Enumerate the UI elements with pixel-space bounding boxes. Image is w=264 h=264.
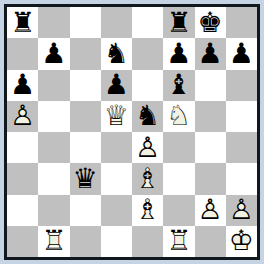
square-b2[interactable] (38, 195, 69, 226)
square-g2[interactable]: ♟♙ (195, 195, 226, 226)
board-border: ♜♜♚♟♞♟♟♟♟♟♝♟♙♛♕♞♞♘♟♙♛♝♗♝♗♟♙♟♙♜♖♜♖♚♔ (4, 4, 260, 260)
square-d4[interactable] (101, 132, 132, 163)
square-f2[interactable] (163, 195, 194, 226)
piece-white-bishop[interactable]: ♝♗ (132, 163, 163, 194)
square-a8[interactable]: ♜ (7, 7, 38, 38)
square-c7[interactable] (70, 38, 101, 69)
square-e8[interactable] (132, 7, 163, 38)
square-b1[interactable]: ♜♖ (38, 226, 69, 257)
piece-black-king[interactable]: ♚ (195, 7, 226, 38)
piece-white-queen[interactable]: ♛♕ (101, 101, 132, 132)
piece-outline-glyph: ♗ (132, 195, 163, 226)
square-c8[interactable] (70, 7, 101, 38)
square-f8[interactable]: ♜ (163, 7, 194, 38)
piece-outline-glyph: ♔ (226, 226, 257, 257)
piece-black-knight[interactable]: ♞ (101, 38, 132, 69)
piece-black-knight[interactable]: ♞ (132, 101, 163, 132)
square-c6[interactable] (70, 70, 101, 101)
square-e7[interactable] (132, 38, 163, 69)
square-a3[interactable] (7, 163, 38, 194)
square-e5[interactable]: ♞ (132, 101, 163, 132)
square-b4[interactable] (38, 132, 69, 163)
square-g7[interactable]: ♟ (195, 38, 226, 69)
piece-black-queen[interactable]: ♛ (70, 163, 101, 194)
piece-white-pawn[interactable]: ♟♙ (7, 101, 38, 132)
piece-outline-glyph: ♙ (7, 101, 38, 132)
square-e1[interactable] (132, 226, 163, 257)
square-d7[interactable]: ♞ (101, 38, 132, 69)
square-a6[interactable]: ♟ (7, 70, 38, 101)
square-b6[interactable] (38, 70, 69, 101)
square-a4[interactable] (7, 132, 38, 163)
square-g6[interactable] (195, 70, 226, 101)
square-e6[interactable] (132, 70, 163, 101)
piece-white-king[interactable]: ♚♔ (226, 226, 257, 257)
square-g1[interactable] (195, 226, 226, 257)
board-frame: ♜♜♚♟♞♟♟♟♟♟♝♟♙♛♕♞♞♘♟♙♛♝♗♝♗♟♙♟♙♜♖♜♖♚♔ (0, 0, 264, 264)
square-f1[interactable]: ♜♖ (163, 226, 194, 257)
piece-white-knight[interactable]: ♞♘ (163, 101, 194, 132)
square-c4[interactable] (70, 132, 101, 163)
square-e3[interactable]: ♝♗ (132, 163, 163, 194)
square-c1[interactable] (70, 226, 101, 257)
piece-outline-glyph: ♗ (132, 163, 163, 194)
square-a5[interactable]: ♟♙ (7, 101, 38, 132)
piece-black-pawn[interactable]: ♟ (101, 70, 132, 101)
square-f3[interactable] (163, 163, 194, 194)
square-e2[interactable]: ♝♗ (132, 195, 163, 226)
square-h6[interactable] (226, 70, 257, 101)
square-d3[interactable] (101, 163, 132, 194)
square-g4[interactable] (195, 132, 226, 163)
square-d8[interactable] (101, 7, 132, 38)
square-g5[interactable] (195, 101, 226, 132)
piece-outline-glyph: ♖ (163, 226, 194, 257)
square-h4[interactable] (226, 132, 257, 163)
square-c5[interactable] (70, 101, 101, 132)
piece-white-pawn[interactable]: ♟♙ (132, 132, 163, 163)
piece-outline-glyph: ♕ (101, 101, 132, 132)
square-f6[interactable]: ♝ (163, 70, 194, 101)
piece-white-bishop[interactable]: ♝♗ (132, 195, 163, 226)
square-f4[interactable] (163, 132, 194, 163)
piece-outline-glyph: ♙ (132, 132, 163, 163)
piece-outline-glyph: ♙ (226, 195, 257, 226)
piece-black-pawn[interactable]: ♟ (226, 38, 257, 69)
square-b3[interactable] (38, 163, 69, 194)
square-b8[interactable] (38, 7, 69, 38)
piece-black-rook[interactable]: ♜ (7, 7, 38, 38)
piece-white-pawn[interactable]: ♟♙ (195, 195, 226, 226)
square-h2[interactable]: ♟♙ (226, 195, 257, 226)
chess-board: ♜♜♚♟♞♟♟♟♟♟♝♟♙♛♕♞♞♘♟♙♛♝♗♝♗♟♙♟♙♜♖♜♖♚♔ (7, 7, 257, 257)
square-b5[interactable] (38, 101, 69, 132)
square-e4[interactable]: ♟♙ (132, 132, 163, 163)
piece-black-rook[interactable]: ♜ (163, 7, 194, 38)
square-b7[interactable]: ♟ (38, 38, 69, 69)
piece-black-pawn[interactable]: ♟ (7, 70, 38, 101)
piece-black-pawn[interactable]: ♟ (38, 38, 69, 69)
square-d6[interactable]: ♟ (101, 70, 132, 101)
square-a7[interactable] (7, 38, 38, 69)
piece-outline-glyph: ♖ (38, 226, 69, 257)
square-d1[interactable] (101, 226, 132, 257)
square-d5[interactable]: ♛♕ (101, 101, 132, 132)
piece-white-rook[interactable]: ♜♖ (38, 226, 69, 257)
square-f5[interactable]: ♞♘ (163, 101, 194, 132)
square-f7[interactable]: ♟ (163, 38, 194, 69)
square-h7[interactable]: ♟ (226, 38, 257, 69)
square-a2[interactable] (7, 195, 38, 226)
piece-outline-glyph: ♙ (195, 195, 226, 226)
square-a1[interactable] (7, 226, 38, 257)
piece-black-bishop[interactable]: ♝ (163, 70, 194, 101)
piece-white-pawn[interactable]: ♟♙ (226, 195, 257, 226)
piece-outline-glyph: ♘ (163, 101, 194, 132)
square-h8[interactable] (226, 7, 257, 38)
square-h5[interactable] (226, 101, 257, 132)
piece-black-pawn[interactable]: ♟ (195, 38, 226, 69)
piece-white-rook[interactable]: ♜♖ (163, 226, 194, 257)
square-h1[interactable]: ♚♔ (226, 226, 257, 257)
square-c2[interactable] (70, 195, 101, 226)
square-d2[interactable] (101, 195, 132, 226)
square-g3[interactable] (195, 163, 226, 194)
piece-black-pawn[interactable]: ♟ (163, 38, 194, 69)
square-c3[interactable]: ♛ (70, 163, 101, 194)
square-g8[interactable]: ♚ (195, 7, 226, 38)
square-h3[interactable] (226, 163, 257, 194)
